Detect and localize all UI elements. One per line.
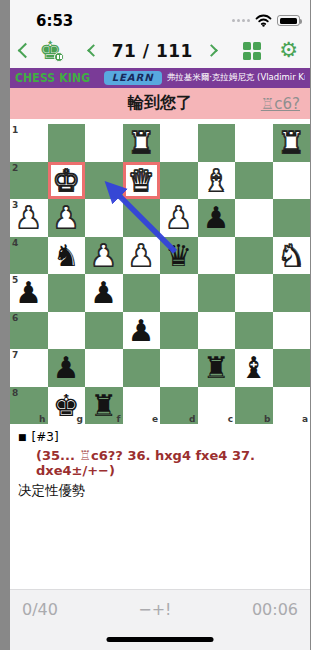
square-c8[interactable]: c xyxy=(198,387,236,425)
piece-white-rook: ♜ xyxy=(278,124,305,162)
square-d4[interactable]: ♛ xyxy=(160,237,198,275)
square-e2[interactable]: ♛ xyxy=(123,162,161,200)
square-e4[interactable]: ♟ xyxy=(123,237,161,275)
rank-label: 1 xyxy=(12,125,18,135)
square-a4[interactable]: ♞ xyxy=(273,237,311,275)
square-a3[interactable] xyxy=(273,199,311,237)
goal-indicator: −+! xyxy=(138,600,171,650)
square-c4[interactable] xyxy=(198,237,236,275)
file-label: g xyxy=(77,414,83,424)
square-e1[interactable]: ♜ xyxy=(123,124,161,162)
file-label: a xyxy=(302,414,308,424)
square-h1[interactable]: 1 xyxy=(10,124,48,162)
square-h8[interactable]: 8h xyxy=(10,387,48,425)
piece-black-knight: ♞ xyxy=(53,237,80,275)
square-h4[interactable]: 4 xyxy=(10,237,48,275)
square-g3[interactable]: ♟ xyxy=(48,199,86,237)
square-b8[interactable]: b xyxy=(235,387,273,425)
logo-badge-icon xyxy=(54,52,64,62)
bottom-bar: 0/40 −+! 00:06 xyxy=(10,589,310,650)
square-h2[interactable]: 2 xyxy=(10,162,48,200)
rank-label: 7 xyxy=(12,350,18,360)
square-e3[interactable] xyxy=(123,199,161,237)
piece-white-pawn: ♟ xyxy=(53,199,80,237)
score-counter: 0/40 xyxy=(22,600,58,650)
piece-white-pawn: ♟ xyxy=(90,237,117,275)
square-b5[interactable] xyxy=(235,274,273,312)
file-label: d xyxy=(189,414,195,424)
status-bar: 6:53 xyxy=(10,0,310,35)
move-hint-link[interactable]: ♖c6? xyxy=(261,95,300,113)
status-icons xyxy=(232,14,300,27)
square-d5[interactable] xyxy=(160,274,198,312)
piece-black-pawn: ♟ xyxy=(53,349,80,387)
square-d7[interactable] xyxy=(160,349,198,387)
square-d2[interactable] xyxy=(160,162,198,200)
square-c1[interactable] xyxy=(198,124,236,162)
variation-line[interactable]: (35... ♖c6?? 36. hxg4 fxe4 37. dxe4±/+−) xyxy=(36,448,302,478)
square-d8[interactable]: d xyxy=(160,387,198,425)
square-f2[interactable] xyxy=(85,162,123,200)
square-c3[interactable]: ♟ xyxy=(198,199,236,237)
home-indicator[interactable] xyxy=(107,637,214,642)
square-b2[interactable] xyxy=(235,162,273,200)
piece-black-pawn: ♟ xyxy=(128,312,155,350)
turn-message: 輪到您了 xyxy=(128,93,192,114)
learn-badge[interactable]: LEARN xyxy=(104,71,162,85)
square-g6[interactable] xyxy=(48,312,86,350)
square-g7[interactable]: ♟ xyxy=(48,349,86,387)
rank-label: 2 xyxy=(12,163,18,173)
square-c7[interactable]: ♜ xyxy=(198,349,236,387)
square-f5[interactable]: ♟ xyxy=(85,274,123,312)
square-h3[interactable]: 3♟ xyxy=(10,199,48,237)
square-c6[interactable] xyxy=(198,312,236,350)
app-name: CHESS KING xyxy=(15,71,90,85)
board-container: 1♜♜2♚♛♝3♟♟♟♟4♞♟♟♛♞5♟♟6♟7♟♜♝8hg♚f♜edcba xyxy=(10,124,310,424)
square-c5[interactable] xyxy=(198,274,236,312)
square-h5[interactable]: 5♟ xyxy=(10,274,48,312)
square-a5[interactable] xyxy=(273,274,311,312)
rank-label: 3 xyxy=(12,200,18,210)
puzzle-grid-icon[interactable] xyxy=(243,42,261,60)
piece-black-pawn: ♟ xyxy=(15,274,42,312)
square-b7[interactable]: ♝ xyxy=(235,349,273,387)
rank-label: 8 xyxy=(12,388,18,398)
piece-white-knight: ♞ xyxy=(278,237,305,275)
turn-banner: 輪到您了 ♖c6? xyxy=(10,88,310,119)
chess-king-logo[interactable]: ♚ xyxy=(39,38,61,63)
square-g8[interactable]: g♚ xyxy=(48,387,86,425)
square-f1[interactable] xyxy=(85,124,123,162)
settings-gear-icon[interactable]: ⚙ xyxy=(279,40,298,61)
square-d1[interactable] xyxy=(160,124,198,162)
bullet-icon: ■ xyxy=(18,432,27,442)
square-h7[interactable]: 7 xyxy=(10,349,48,387)
brand-bar: CHESS KING LEARN 弗拉基米爾·克拉姆尼克 (Vladimir K… xyxy=(10,68,310,88)
square-b4[interactable] xyxy=(235,237,273,275)
course-title: 弗拉基米爾·克拉姆尼克 (Vladimir Kramnik) - 國際象棋冠軍 xyxy=(167,72,305,84)
square-e7[interactable] xyxy=(123,349,161,387)
square-e8[interactable]: e xyxy=(123,387,161,425)
piece-black-rook: ♜ xyxy=(203,349,230,387)
wifi-icon xyxy=(255,14,272,27)
evaluation-text: 决定性優勢 xyxy=(18,482,302,500)
square-d3[interactable]: ♟ xyxy=(160,199,198,237)
puzzle-counter: 71 / 111 xyxy=(112,41,193,61)
cellular-signal-icon xyxy=(232,19,250,22)
rank-label: 6 xyxy=(12,313,18,323)
piece-white-pawn: ♟ xyxy=(15,199,42,237)
file-label: f xyxy=(117,414,121,424)
rank-label: 4 xyxy=(12,238,18,248)
square-f7[interactable] xyxy=(85,349,123,387)
piece-white-bishop: ♝ xyxy=(203,162,230,200)
next-puzzle-icon[interactable] xyxy=(205,44,218,57)
back-icon[interactable] xyxy=(18,43,34,59)
file-label: e xyxy=(152,414,158,424)
square-g4[interactable]: ♞ xyxy=(48,237,86,275)
piece-white-queen: ♛ xyxy=(128,162,155,200)
prev-puzzle-icon[interactable] xyxy=(87,44,100,57)
piece-black-rook: ♜ xyxy=(90,387,117,425)
piece-black-pawn: ♟ xyxy=(90,274,117,312)
square-e6[interactable]: ♟ xyxy=(123,312,161,350)
file-label: b xyxy=(264,414,270,424)
square-g2[interactable]: ♚ xyxy=(48,162,86,200)
square-f8[interactable]: f♜ xyxy=(85,387,123,425)
analysis-panel: ■ [#3] (35... ♖c6?? 36. hxg4 fxe4 37. dx… xyxy=(10,424,310,589)
square-a1[interactable]: ♜ xyxy=(273,124,311,162)
square-a7[interactable] xyxy=(273,349,311,387)
battery-icon xyxy=(277,15,300,26)
piece-white-rook: ♜ xyxy=(128,124,155,162)
file-label: h xyxy=(39,414,45,424)
square-b1[interactable] xyxy=(235,124,273,162)
file-label: c xyxy=(228,414,233,424)
clock: 6:53 xyxy=(36,12,73,30)
timer: 00:06 xyxy=(252,600,298,650)
piece-black-pawn: ♟ xyxy=(203,199,230,237)
square-e5[interactable] xyxy=(123,274,161,312)
square-g5[interactable] xyxy=(48,274,86,312)
square-b6[interactable] xyxy=(235,312,273,350)
square-f6[interactable] xyxy=(85,312,123,350)
square-d6[interactable] xyxy=(160,312,198,350)
piece-black-bishop: ♝ xyxy=(240,349,267,387)
rank-label: 5 xyxy=(12,275,18,285)
piece-white-king: ♚ xyxy=(53,162,80,200)
nav-bar: ♚ 71 / 111 ⚙ xyxy=(10,35,310,68)
piece-black-queen: ♛ xyxy=(165,237,192,275)
square-g1[interactable] xyxy=(48,124,86,162)
square-a6[interactable] xyxy=(273,312,311,350)
chess-board: 1♜♜2♚♛♝3♟♟♟♟4♞♟♟♛♞5♟♟6♟7♟♜♝8hg♚f♜edcba xyxy=(10,124,310,424)
square-a2[interactable] xyxy=(273,162,311,200)
square-b3[interactable] xyxy=(235,199,273,237)
square-c2[interactable]: ♝ xyxy=(198,162,236,200)
puzzle-label: [#3] xyxy=(32,430,59,444)
square-f4[interactable]: ♟ xyxy=(85,237,123,275)
puzzle-label-row: ■ [#3] xyxy=(18,430,302,444)
piece-black-king: ♚ xyxy=(53,387,80,425)
square-h6[interactable]: 6 xyxy=(10,312,48,350)
piece-white-pawn: ♟ xyxy=(165,199,192,237)
square-a8[interactable]: a xyxy=(273,387,311,425)
piece-white-pawn: ♟ xyxy=(128,237,155,275)
app-screen: 6:53 ♚ 71 / 111 ⚙ CHESS KI xyxy=(10,0,310,650)
square-f3[interactable] xyxy=(85,199,123,237)
